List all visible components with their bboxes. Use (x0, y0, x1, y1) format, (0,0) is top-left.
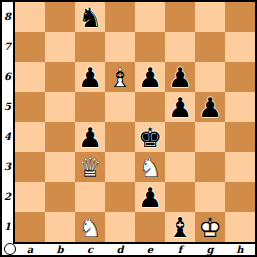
black-pawn[interactable]: ♟ (75, 122, 105, 152)
square-a3[interactable] (15, 152, 45, 182)
white-knight-outline: ♘ (75, 212, 105, 242)
square-c6[interactable]: ♟ (75, 62, 105, 92)
white-queen-outline: ♕ (75, 152, 105, 182)
white-knight-outline: ♘ (135, 152, 165, 182)
square-d7[interactable] (105, 32, 135, 62)
rank-label-5: 5 (2, 92, 13, 122)
square-h1[interactable] (225, 212, 255, 242)
square-c7[interactable] (75, 32, 105, 62)
black-pawn-glyph: ♟ (165, 62, 195, 92)
square-b8[interactable] (45, 2, 75, 32)
black-pawn[interactable]: ♟ (135, 182, 165, 212)
square-d3[interactable] (105, 152, 135, 182)
black-pawn-glyph: ♟ (195, 92, 225, 122)
black-pawn-glyph: ♟ (135, 182, 165, 212)
square-h3[interactable] (225, 152, 255, 182)
square-f3[interactable] (165, 152, 195, 182)
square-f6[interactable]: ♟ (165, 62, 195, 92)
square-b3[interactable] (45, 152, 75, 182)
square-h6[interactable] (225, 62, 255, 92)
file-label-d: d (105, 244, 135, 255)
square-h5[interactable] (225, 92, 255, 122)
rank-label-8: 8 (2, 2, 13, 32)
square-f4[interactable] (165, 122, 195, 152)
square-d6[interactable]: ♝♗ (105, 62, 135, 92)
square-g8[interactable] (195, 2, 225, 32)
square-c4[interactable]: ♟ (75, 122, 105, 152)
white-knight[interactable]: ♞♘ (135, 152, 165, 182)
square-d1[interactable] (105, 212, 135, 242)
square-c3[interactable]: ♛♕ (75, 152, 105, 182)
black-pawn-glyph: ♟ (165, 92, 195, 122)
square-c1[interactable]: ♞♘ (75, 212, 105, 242)
square-a7[interactable] (15, 32, 45, 62)
black-pawn[interactable]: ♟ (135, 62, 165, 92)
square-c8[interactable]: ♞ (75, 2, 105, 32)
square-e7[interactable] (135, 32, 165, 62)
file-label-b: b (45, 244, 75, 255)
square-a8[interactable] (15, 2, 45, 32)
square-d8[interactable] (105, 2, 135, 32)
chess-diagram: 87654321 ♞♟♝♗♟♟♟♟♟♚♛♕♞♘♟♞♘♝♚♔ abcdefgh (0, 0, 257, 257)
black-king[interactable]: ♚ (135, 122, 165, 152)
square-a4[interactable] (15, 122, 45, 152)
square-d2[interactable] (105, 182, 135, 212)
black-knight-glyph: ♞ (75, 2, 105, 32)
white-knight[interactable]: ♞♘ (75, 212, 105, 242)
square-e6[interactable]: ♟ (135, 62, 165, 92)
rank-labels: 87654321 (2, 2, 13, 242)
square-d4[interactable] (105, 122, 135, 152)
square-a1[interactable] (15, 212, 45, 242)
square-b7[interactable] (45, 32, 75, 62)
square-a2[interactable] (15, 182, 45, 212)
square-f2[interactable] (165, 182, 195, 212)
black-king-glyph: ♚ (135, 122, 165, 152)
black-pawn-glyph: ♟ (75, 122, 105, 152)
white-bishop-outline: ♗ (105, 62, 135, 92)
black-bishop[interactable]: ♝ (165, 212, 195, 242)
square-h4[interactable] (225, 122, 255, 152)
rank-label-3: 3 (2, 152, 13, 182)
white-king[interactable]: ♚♔ (195, 212, 225, 242)
square-h7[interactable] (225, 32, 255, 62)
square-h8[interactable] (225, 2, 255, 32)
square-f1[interactable]: ♝ (165, 212, 195, 242)
square-b2[interactable] (45, 182, 75, 212)
black-pawn[interactable]: ♟ (75, 62, 105, 92)
square-e2[interactable]: ♟ (135, 182, 165, 212)
rank-label-6: 6 (2, 62, 13, 92)
rank-label-1: 1 (2, 212, 13, 242)
file-label-a: a (15, 244, 45, 255)
black-pawn[interactable]: ♟ (195, 92, 225, 122)
square-f5[interactable]: ♟ (165, 92, 195, 122)
square-g3[interactable] (195, 152, 225, 182)
square-c5[interactable] (75, 92, 105, 122)
square-g5[interactable]: ♟ (195, 92, 225, 122)
square-e5[interactable] (135, 92, 165, 122)
black-bishop-glyph: ♝ (165, 212, 195, 242)
file-label-e: e (135, 244, 165, 255)
file-label-f: f (165, 244, 195, 255)
black-pawn-glyph: ♟ (135, 62, 165, 92)
square-g7[interactable] (195, 32, 225, 62)
black-knight[interactable]: ♞ (75, 2, 105, 32)
square-d5[interactable] (105, 92, 135, 122)
square-e4[interactable]: ♚ (135, 122, 165, 152)
rank-label-2: 2 (2, 182, 13, 212)
white-king-outline: ♔ (195, 212, 225, 242)
square-b6[interactable] (45, 62, 75, 92)
file-label-g: g (195, 244, 225, 255)
square-a6[interactable] (15, 62, 45, 92)
file-labels: abcdefgh (15, 244, 255, 255)
square-e1[interactable] (135, 212, 165, 242)
white-queen[interactable]: ♛♕ (75, 152, 105, 182)
rank-label-7: 7 (2, 32, 13, 62)
square-e8[interactable] (135, 2, 165, 32)
square-b1[interactable] (45, 212, 75, 242)
square-g6[interactable] (195, 62, 225, 92)
white-to-move-indicator (4, 243, 16, 255)
black-pawn-glyph: ♟ (75, 62, 105, 92)
white-bishop[interactable]: ♝♗ (105, 62, 135, 92)
square-c2[interactable] (75, 182, 105, 212)
square-b5[interactable] (45, 92, 75, 122)
square-h2[interactable] (225, 182, 255, 212)
chess-board: ♞♟♝♗♟♟♟♟♟♚♛♕♞♘♟♞♘♝♚♔ (13, 2, 255, 244)
square-b4[interactable] (45, 122, 75, 152)
square-g2[interactable] (195, 182, 225, 212)
square-g1[interactable]: ♚♔ (195, 212, 225, 242)
file-label-c: c (75, 244, 105, 255)
square-g4[interactable] (195, 122, 225, 152)
rank-label-4: 4 (2, 122, 13, 152)
file-label-h: h (225, 244, 255, 255)
square-e3[interactable]: ♞♘ (135, 152, 165, 182)
square-f8[interactable] (165, 2, 195, 32)
square-f7[interactable] (165, 32, 195, 62)
black-pawn[interactable]: ♟ (165, 92, 195, 122)
square-a5[interactable] (15, 92, 45, 122)
black-pawn[interactable]: ♟ (165, 62, 195, 92)
